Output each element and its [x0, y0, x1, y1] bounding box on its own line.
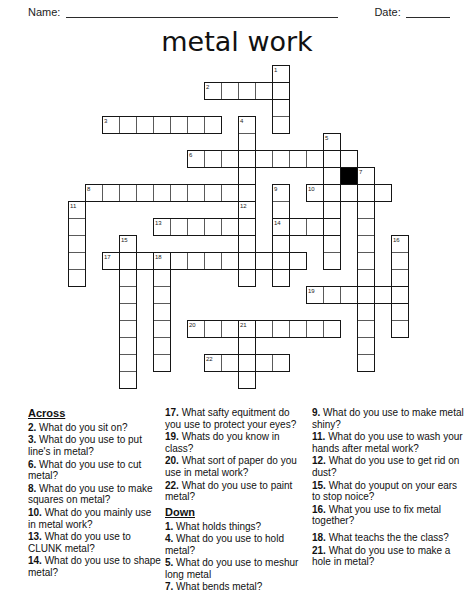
grid-cell[interactable]: [153, 184, 171, 202]
clue-list: Across 2. What do you sit on?3. What do …: [28, 407, 464, 594]
clue-item-7: 7. What bends metal?: [165, 581, 308, 593]
grid-cell[interactable]: [153, 269, 171, 287]
grid-cell[interactable]: [204, 150, 222, 168]
grid-cell[interactable]: [204, 218, 222, 236]
grid-cell[interactable]: [272, 201, 290, 219]
worksheet-header: Name: Date:: [28, 5, 462, 18]
grid-cell[interactable]: [204, 354, 222, 372]
grid-cell[interactable]: [119, 184, 137, 202]
grid-cell[interactable]: [153, 286, 171, 304]
grid-cell[interactable]: [374, 184, 392, 202]
clue-item-3: 3. What do you use to put line's in meta…: [28, 434, 161, 457]
grid-cell[interactable]: [153, 218, 171, 236]
grid-cell[interactable]: [153, 303, 171, 321]
grid-cell[interactable]: [323, 218, 341, 236]
grid-cell[interactable]: [391, 269, 409, 287]
grid-cell[interactable]: [272, 354, 290, 372]
grid-cell[interactable]: [306, 286, 324, 304]
grid-cell[interactable]: [391, 286, 409, 304]
grid-cell[interactable]: [391, 320, 409, 338]
grid-cell[interactable]: [102, 252, 120, 270]
clue-item-12: 12. What do you use to get rid on dust?: [312, 455, 464, 478]
grid-cell[interactable]: [238, 252, 256, 270]
grid-cell[interactable]: [119, 116, 137, 134]
grid-cell[interactable]: [323, 286, 341, 304]
grid-cell[interactable]: [238, 269, 256, 287]
grid-cell[interactable]: [238, 218, 256, 236]
clue-item-16: 16. What you use to fix metal together?: [312, 504, 464, 527]
grid-cell[interactable]: [238, 337, 256, 355]
date-label: Date:: [374, 6, 400, 18]
grid-cell[interactable]: [187, 184, 205, 202]
grid-cell[interactable]: [357, 286, 375, 304]
grid-cell[interactable]: [272, 320, 290, 338]
grid-cell[interactable]: [289, 150, 307, 168]
grid-cell[interactable]: [102, 184, 120, 202]
grid-cell[interactable]: [323, 201, 341, 219]
clue-item-1: 1. What holds things?: [165, 521, 308, 533]
grid-cell[interactable]: [68, 235, 86, 253]
clue-item-9: 9. What do you use to make metal shiny?: [312, 407, 464, 430]
clue-item-2: 2. What do you sit on?: [28, 422, 161, 434]
grid-cell[interactable]: [357, 201, 375, 219]
grid-cell[interactable]: [221, 252, 239, 270]
grid-cell[interactable]: [119, 286, 137, 304]
grid-cell[interactable]: [272, 252, 290, 270]
page-title: metal work: [0, 26, 474, 57]
grid-cell[interactable]: [119, 354, 137, 372]
grid-cell[interactable]: [289, 252, 307, 270]
grid-cell[interactable]: [119, 235, 137, 253]
grid-cell[interactable]: [187, 218, 205, 236]
grid-cell[interactable]: [238, 371, 256, 389]
grid-cell[interactable]: [272, 65, 290, 83]
clue-column-1: Across 2. What do you sit on?3. What do …: [28, 407, 161, 579]
grid-cell[interactable]: [136, 116, 154, 134]
clue-item-10: 10. What do you mainly use in metal work…: [28, 507, 161, 530]
grid-cell[interactable]: [221, 82, 239, 100]
name-input-line[interactable]: [66, 5, 338, 18]
grid-cell[interactable]: [255, 320, 273, 338]
grid-cell[interactable]: [306, 218, 324, 236]
grid-cell[interactable]: [238, 167, 256, 185]
down-heading: Down: [165, 506, 308, 519]
grid-cell[interactable]: [238, 116, 256, 134]
grid-cell[interactable]: [323, 252, 341, 270]
grid-cell[interactable]: [204, 82, 222, 100]
grid-cell[interactable]: [238, 133, 256, 151]
clue-item-17: 17. What safty equitment do you use to p…: [165, 407, 308, 430]
grid-cell[interactable]: [323, 235, 341, 253]
clue-item-20: 20. What sort of paper do you use in met…: [165, 455, 308, 478]
grid-cell[interactable]: [119, 320, 137, 338]
crossword-grid: 12345678910111213141516171819202122: [68, 65, 409, 389]
grid-cell[interactable]: [238, 184, 256, 202]
grid-cell[interactable]: [187, 252, 205, 270]
grid-cell[interactable]: [136, 184, 154, 202]
grid-cell[interactable]: [187, 116, 205, 134]
clue-column-3: 9. What do you use to make metal shiny?1…: [312, 407, 464, 569]
grid-cell[interactable]: [255, 82, 273, 100]
grid-cell[interactable]: [255, 354, 273, 372]
grid-cell[interactable]: [357, 252, 375, 270]
grid-cell[interactable]: [340, 286, 358, 304]
grid-cell[interactable]: [323, 320, 341, 338]
grid-cell[interactable]: [187, 320, 205, 338]
grid-cell[interactable]: [170, 184, 188, 202]
grid-cell[interactable]: [272, 82, 290, 100]
grid-cell[interactable]: [323, 150, 341, 168]
clue-item-4: 4. What do you use to hold metal?: [165, 533, 308, 556]
grid-cell[interactable]: [221, 184, 239, 202]
grid-cell[interactable]: [238, 320, 256, 338]
grid-cell[interactable]: [323, 184, 341, 202]
grid-cell[interactable]: [323, 167, 341, 185]
grid-cell[interactable]: [391, 252, 409, 270]
grid-cell[interactable]: [238, 82, 256, 100]
grid-cell[interactable]: [68, 269, 86, 287]
grid-cell[interactable]: [68, 218, 86, 236]
grid-cell[interactable]: [85, 184, 103, 202]
grid-cell[interactable]: [357, 320, 375, 338]
grid-cell[interactable]: [238, 201, 256, 219]
grid-cell[interactable]: [306, 150, 324, 168]
grid-cell[interactable]: [221, 320, 239, 338]
grid-cell[interactable]: [68, 201, 86, 219]
grid-cell[interactable]: [255, 252, 273, 270]
grid-cell[interactable]: [68, 252, 86, 270]
grid-cell[interactable]: [391, 303, 409, 321]
grid-cell[interactable]: [204, 252, 222, 270]
grid-cell[interactable]: [119, 303, 137, 321]
grid-cell[interactable]: [289, 218, 307, 236]
date-input-line[interactable]: [406, 5, 450, 18]
grid-cell[interactable]: [119, 371, 137, 389]
clue-item-18: 18. What teachs the the class?: [312, 532, 464, 544]
grid-cell[interactable]: [391, 235, 409, 253]
grid-cell[interactable]: [272, 116, 290, 134]
grid-cell[interactable]: [357, 235, 375, 253]
across-heading: Across: [28, 407, 161, 420]
grid-cell[interactable]: [102, 116, 120, 134]
clue-item-21: 21. What do you use to make a hole in me…: [312, 545, 464, 568]
grid-cell[interactable]: [272, 184, 290, 202]
grid-cell[interactable]: [119, 269, 137, 287]
grid-cell[interactable]: [272, 150, 290, 168]
grid-cell[interactable]: [306, 184, 324, 202]
grid-cell[interactable]: [221, 218, 239, 236]
grid-cell[interactable]: [153, 116, 171, 134]
grid-cell[interactable]: [153, 354, 171, 372]
grid-cell[interactable]: [170, 252, 188, 270]
grid-cell[interactable]: [272, 235, 290, 253]
grid-cell[interactable]: [357, 184, 375, 202]
grid-cell[interactable]: [204, 116, 222, 134]
black-cell: [340, 167, 358, 185]
grid-cell[interactable]: [357, 167, 375, 185]
clue-item-14: 14. What do you use to shape metal?: [28, 555, 161, 578]
grid-cell[interactable]: [238, 150, 256, 168]
grid-cell[interactable]: [357, 337, 375, 355]
grid-cell[interactable]: [323, 133, 341, 151]
grid-cell[interactable]: [374, 286, 392, 304]
grid-cell[interactable]: [238, 235, 256, 253]
grid-cell[interactable]: [170, 116, 188, 134]
clue-item-8: 8. What do you use to make squares on me…: [28, 483, 161, 506]
clue-item-19: 19. Whats do you know in class?: [165, 431, 308, 454]
grid-cell[interactable]: [153, 337, 171, 355]
clue-item-13: 13. What do you use to CLUNK metal?: [28, 531, 161, 554]
clue-column-2: 17. What safty equitment do you use to p…: [165, 407, 308, 594]
grid-cell[interactable]: [272, 269, 290, 287]
grid-cell[interactable]: [119, 337, 137, 355]
grid-cell[interactable]: [357, 303, 375, 321]
grid-cell[interactable]: [357, 218, 375, 236]
grid-cell[interactable]: [204, 320, 222, 338]
grid-cell[interactable]: [187, 150, 205, 168]
grid-cell[interactable]: [221, 150, 239, 168]
grid-cell[interactable]: [255, 150, 273, 168]
clue-item-11: 11. What do you use to wash your hands a…: [312, 431, 464, 454]
grid-cell[interactable]: [204, 184, 222, 202]
grid-cell[interactable]: [238, 354, 256, 372]
name-label: Name:: [28, 6, 60, 18]
grid-cell[interactable]: [272, 99, 290, 117]
grid-cell[interactable]: [340, 184, 358, 202]
clue-item-22: 22. What do you use to paint metal?: [165, 480, 308, 503]
grid-cell[interactable]: [136, 252, 154, 270]
clue-item-5: 5. What do you use to meshur long metal: [165, 557, 308, 580]
clue-item-15: 15. What do youput on your ears to stop …: [312, 480, 464, 503]
grid-cell[interactable]: [340, 150, 358, 168]
grid-cell[interactable]: [357, 354, 375, 372]
grid-cell[interactable]: [306, 320, 324, 338]
grid-cell[interactable]: [221, 354, 239, 372]
grid-cell[interactable]: [272, 218, 290, 236]
grid-cell[interactable]: [153, 320, 171, 338]
clue-item-6: 6. What do you use to cut metal?: [28, 459, 161, 482]
grid-cell[interactable]: [153, 252, 171, 270]
grid-cell[interactable]: [289, 320, 307, 338]
grid-cell[interactable]: [170, 218, 188, 236]
grid-cell[interactable]: [357, 269, 375, 287]
grid-cell[interactable]: [119, 252, 137, 270]
